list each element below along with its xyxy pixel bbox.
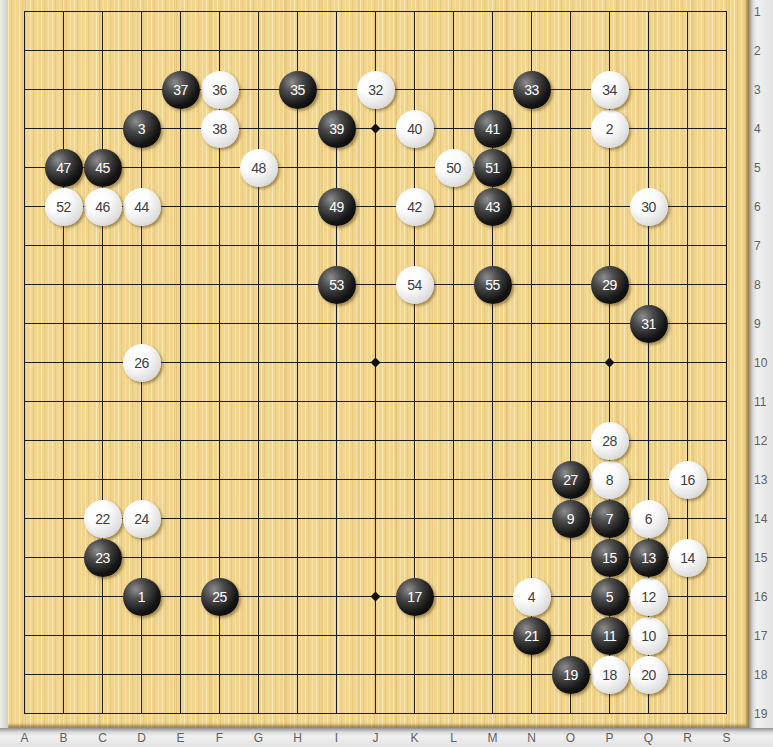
stone-move-number: 31 bbox=[641, 317, 656, 331]
stone-white-move-16-R13[interactable]: 16 bbox=[669, 461, 707, 499]
stone-move-number: 29 bbox=[602, 278, 617, 292]
stone-move-number: 35 bbox=[290, 83, 305, 97]
stone-move-number: 45 bbox=[95, 161, 110, 175]
row-label-14: 14 bbox=[754, 512, 767, 526]
stone-move-number: 3 bbox=[138, 122, 145, 136]
stone-white-move-26-D10[interactable]: 26 bbox=[123, 344, 161, 382]
row-label-10: 10 bbox=[754, 356, 767, 370]
stone-move-number: 5 bbox=[606, 590, 613, 604]
stone-move-number: 34 bbox=[602, 83, 617, 97]
row-label-3: 3 bbox=[754, 83, 761, 97]
stone-black-move-9-O14[interactable]: 9 bbox=[552, 500, 590, 538]
board-points: 1234567891011121314151617181920212223242… bbox=[5, 0, 746, 733]
stone-white-move-28-P12[interactable]: 28 bbox=[591, 422, 629, 460]
row-label-11: 11 bbox=[754, 395, 766, 409]
stone-black-move-37-E3[interactable]: 37 bbox=[162, 71, 200, 109]
stone-move-number: 53 bbox=[329, 278, 344, 292]
stone-move-number: 14 bbox=[680, 551, 695, 565]
stone-move-number: 36 bbox=[212, 83, 227, 97]
stone-white-move-46-C6[interactable]: 46 bbox=[84, 188, 122, 226]
row-label-17: 17 bbox=[754, 629, 767, 643]
stone-move-number: 13 bbox=[641, 551, 656, 565]
stone-move-number: 27 bbox=[563, 473, 578, 487]
row-label-1: 1 bbox=[754, 5, 761, 19]
stone-black-move-29-P8[interactable]: 29 bbox=[591, 266, 629, 304]
stone-white-move-22-C14[interactable]: 22 bbox=[84, 500, 122, 538]
row-label-6: 6 bbox=[754, 200, 761, 214]
stone-move-number: 6 bbox=[645, 512, 652, 526]
stone-move-number: 39 bbox=[329, 122, 344, 136]
stone-white-move-6-Q14[interactable]: 6 bbox=[630, 500, 668, 538]
stone-black-move-39-I4[interactable]: 39 bbox=[318, 110, 356, 148]
stone-white-move-14-R15[interactable]: 14 bbox=[669, 539, 707, 577]
row-label-5: 5 bbox=[754, 161, 761, 175]
star-point bbox=[371, 592, 381, 602]
stone-white-move-18-P18[interactable]: 18 bbox=[591, 656, 629, 694]
stone-move-number: 54 bbox=[407, 278, 422, 292]
stone-black-move-53-I8[interactable]: 53 bbox=[318, 266, 356, 304]
stone-black-move-3-D4[interactable]: 3 bbox=[123, 110, 161, 148]
row-label-13: 13 bbox=[754, 473, 767, 487]
stone-black-move-41-M4[interactable]: 41 bbox=[474, 110, 512, 148]
stone-move-number: 21 bbox=[524, 629, 539, 643]
stone-move-number: 16 bbox=[680, 473, 695, 487]
stone-move-number: 38 bbox=[212, 122, 227, 136]
stone-move-number: 12 bbox=[641, 590, 656, 604]
stone-move-number: 43 bbox=[485, 200, 500, 214]
stone-black-move-1-D16[interactable]: 1 bbox=[123, 578, 161, 616]
stone-move-number: 32 bbox=[368, 83, 383, 97]
stone-white-move-42-K6[interactable]: 42 bbox=[396, 188, 434, 226]
stone-move-number: 11 bbox=[603, 629, 617, 643]
stone-move-number: 46 bbox=[95, 200, 110, 214]
stone-black-move-43-M6[interactable]: 43 bbox=[474, 188, 512, 226]
stone-white-move-36-F3[interactable]: 36 bbox=[201, 71, 239, 109]
stone-move-number: 41 bbox=[485, 122, 500, 136]
stone-black-move-55-M8[interactable]: 55 bbox=[474, 266, 512, 304]
stone-white-move-32-J3[interactable]: 32 bbox=[357, 71, 395, 109]
stone-white-move-24-D14[interactable]: 24 bbox=[123, 500, 161, 538]
stone-move-number: 55 bbox=[485, 278, 500, 292]
stone-white-move-10-Q17[interactable]: 10 bbox=[630, 617, 668, 655]
stone-white-move-52-B6[interactable]: 52 bbox=[45, 188, 83, 226]
stone-black-move-21-N17[interactable]: 21 bbox=[513, 617, 551, 655]
star-point bbox=[605, 358, 615, 368]
stone-move-number: 26 bbox=[134, 356, 149, 370]
stone-black-move-27-O13[interactable]: 27 bbox=[552, 461, 590, 499]
stone-move-number: 52 bbox=[56, 200, 71, 214]
stone-white-move-34-P3[interactable]: 34 bbox=[591, 71, 629, 109]
stone-black-move-31-Q9[interactable]: 31 bbox=[630, 305, 668, 343]
stone-white-move-30-Q6[interactable]: 30 bbox=[630, 188, 668, 226]
stone-move-number: 49 bbox=[329, 200, 344, 214]
stone-white-move-54-K8[interactable]: 54 bbox=[396, 266, 434, 304]
stone-move-number: 7 bbox=[606, 512, 613, 526]
stone-black-move-35-H3[interactable]: 35 bbox=[279, 71, 317, 109]
stone-white-move-20-Q18[interactable]: 20 bbox=[630, 656, 668, 694]
stone-white-move-38-F4[interactable]: 38 bbox=[201, 110, 239, 148]
stone-move-number: 20 bbox=[641, 668, 656, 682]
stone-white-move-48-G5[interactable]: 48 bbox=[240, 149, 278, 187]
stone-move-number: 40 bbox=[407, 122, 422, 136]
stone-black-move-33-N3[interactable]: 33 bbox=[513, 71, 551, 109]
stone-white-move-2-P4[interactable]: 2 bbox=[591, 110, 629, 148]
row-label-7: 7 bbox=[754, 239, 761, 253]
stone-black-move-5-P16[interactable]: 5 bbox=[591, 578, 629, 616]
row-label-16: 16 bbox=[754, 590, 767, 604]
stone-move-number: 22 bbox=[95, 512, 110, 526]
stone-white-move-50-L5[interactable]: 50 bbox=[435, 149, 473, 187]
stone-move-number: 23 bbox=[95, 551, 110, 565]
row-label-4: 4 bbox=[754, 122, 761, 136]
stone-move-number: 9 bbox=[567, 512, 574, 526]
stone-move-number: 48 bbox=[251, 161, 266, 175]
row-label-19: 19 bbox=[754, 707, 767, 721]
stone-black-move-51-M5[interactable]: 51 bbox=[474, 149, 512, 187]
stone-move-number: 28 bbox=[602, 434, 617, 448]
stone-move-number: 1 bbox=[138, 590, 145, 604]
stone-move-number: 8 bbox=[606, 473, 613, 487]
star-point bbox=[371, 124, 381, 134]
stone-move-number: 37 bbox=[173, 83, 188, 97]
stone-black-move-23-C15[interactable]: 23 bbox=[84, 539, 122, 577]
stone-white-move-40-K4[interactable]: 40 bbox=[396, 110, 434, 148]
stone-move-number: 30 bbox=[641, 200, 656, 214]
stone-move-number: 50 bbox=[446, 161, 461, 175]
stone-black-move-17-K16[interactable]: 17 bbox=[396, 578, 434, 616]
stone-black-move-45-C5[interactable]: 45 bbox=[84, 149, 122, 187]
stone-white-move-4-N16[interactable]: 4 bbox=[513, 578, 551, 616]
row-label-15: 15 bbox=[754, 551, 767, 565]
row-label-9: 9 bbox=[754, 317, 761, 331]
stone-move-number: 44 bbox=[134, 200, 149, 214]
stone-move-number: 4 bbox=[528, 590, 535, 604]
stone-move-number: 24 bbox=[134, 512, 149, 526]
stone-black-move-13-Q15[interactable]: 13 bbox=[630, 539, 668, 577]
row-label-12: 12 bbox=[754, 434, 767, 448]
row-label-18: 18 bbox=[754, 668, 767, 682]
go-diagram-app: 1234567891011121314151617181920212223242… bbox=[0, 0, 773, 747]
star-point bbox=[371, 358, 381, 368]
stone-move-number: 2 bbox=[606, 122, 613, 136]
stone-white-move-44-D6[interactable]: 44 bbox=[123, 188, 161, 226]
row-label-8: 8 bbox=[754, 278, 761, 292]
row-coordinate-strip: 12345678910111213141516171819 bbox=[749, 0, 773, 747]
stone-move-number: 17 bbox=[407, 590, 422, 604]
stone-black-move-15-P15[interactable]: 15 bbox=[591, 539, 629, 577]
stone-black-move-49-I6[interactable]: 49 bbox=[318, 188, 356, 226]
stone-move-number: 51 bbox=[485, 161, 500, 175]
stone-black-move-7-P14[interactable]: 7 bbox=[591, 500, 629, 538]
go-board[interactable]: 1234567891011121314151617181920212223242… bbox=[8, 0, 749, 728]
stone-black-move-11-P17[interactable]: 11 bbox=[591, 617, 629, 655]
stone-black-move-25-F16[interactable]: 25 bbox=[201, 578, 239, 616]
stone-move-number: 19 bbox=[563, 668, 578, 682]
stone-move-number: 47 bbox=[56, 161, 71, 175]
stone-move-number: 33 bbox=[524, 83, 539, 97]
stone-white-move-8-P13[interactable]: 8 bbox=[591, 461, 629, 499]
stone-move-number: 25 bbox=[212, 590, 227, 604]
stone-move-number: 10 bbox=[641, 629, 656, 643]
stone-white-move-12-Q16[interactable]: 12 bbox=[630, 578, 668, 616]
stone-black-move-19-O18[interactable]: 19 bbox=[552, 656, 590, 694]
row-label-2: 2 bbox=[754, 44, 761, 58]
stone-move-number: 42 bbox=[407, 200, 422, 214]
stone-move-number: 18 bbox=[602, 668, 617, 682]
stone-black-move-47-B5[interactable]: 47 bbox=[45, 149, 83, 187]
stone-move-number: 15 bbox=[602, 551, 617, 565]
